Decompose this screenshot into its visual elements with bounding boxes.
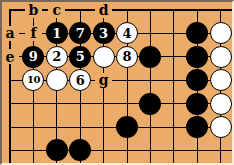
move-number: 8 [122, 50, 131, 63]
black-stone-move-5: 5 [69, 46, 91, 68]
move-number: 6 [76, 73, 85, 86]
point-label-b: b [25, 3, 42, 18]
point-label-c: c [48, 3, 65, 18]
move-number: 3 [99, 26, 108, 39]
white-stone [93, 46, 115, 68]
white-stone-move-4: 4 [116, 22, 138, 44]
white-stone-move-2: 2 [46, 46, 68, 68]
black-stone [46, 139, 68, 161]
point-label-e: e [2, 49, 19, 64]
black-stone [116, 116, 138, 138]
black-stone [186, 69, 208, 91]
black-stone-move-3: 3 [93, 22, 115, 44]
white-stone [210, 46, 232, 68]
black-stone [139, 46, 161, 68]
grid-line-horizontal [9, 9, 232, 11]
move-number: 4 [122, 26, 131, 39]
point-label-f: f [25, 26, 42, 41]
white-stone-move-10: 10 [22, 69, 44, 91]
black-stone-move-1: 1 [46, 22, 68, 44]
move-number: 9 [29, 50, 38, 63]
black-stone [186, 46, 208, 68]
white-stone [210, 69, 232, 91]
white-stone [46, 69, 68, 91]
white-stone [210, 116, 232, 138]
grid-line-horizontal [9, 150, 232, 151]
point-label-g: g [95, 73, 112, 88]
move-number: 1 [52, 26, 61, 39]
move-number: 10 [27, 75, 40, 85]
white-stone-move-6: 6 [69, 69, 91, 91]
black-stone [186, 116, 208, 138]
move-number: 2 [52, 50, 61, 63]
white-stone [210, 22, 232, 44]
black-stone [186, 93, 208, 115]
point-label-a: a [2, 26, 19, 41]
move-number: 5 [76, 50, 85, 63]
move-number: 7 [76, 26, 85, 39]
black-stone [139, 93, 161, 115]
black-stone [186, 22, 208, 44]
black-stone [69, 139, 91, 161]
point-label-d: d [95, 3, 112, 18]
black-stone-move-9: 9 [22, 46, 44, 68]
white-stone-move-8: 8 [116, 46, 138, 68]
go-board[interactable]: bcdafeg17349258106 [0, 0, 234, 165]
black-stone-move-7: 7 [69, 22, 91, 44]
white-stone [210, 93, 232, 115]
